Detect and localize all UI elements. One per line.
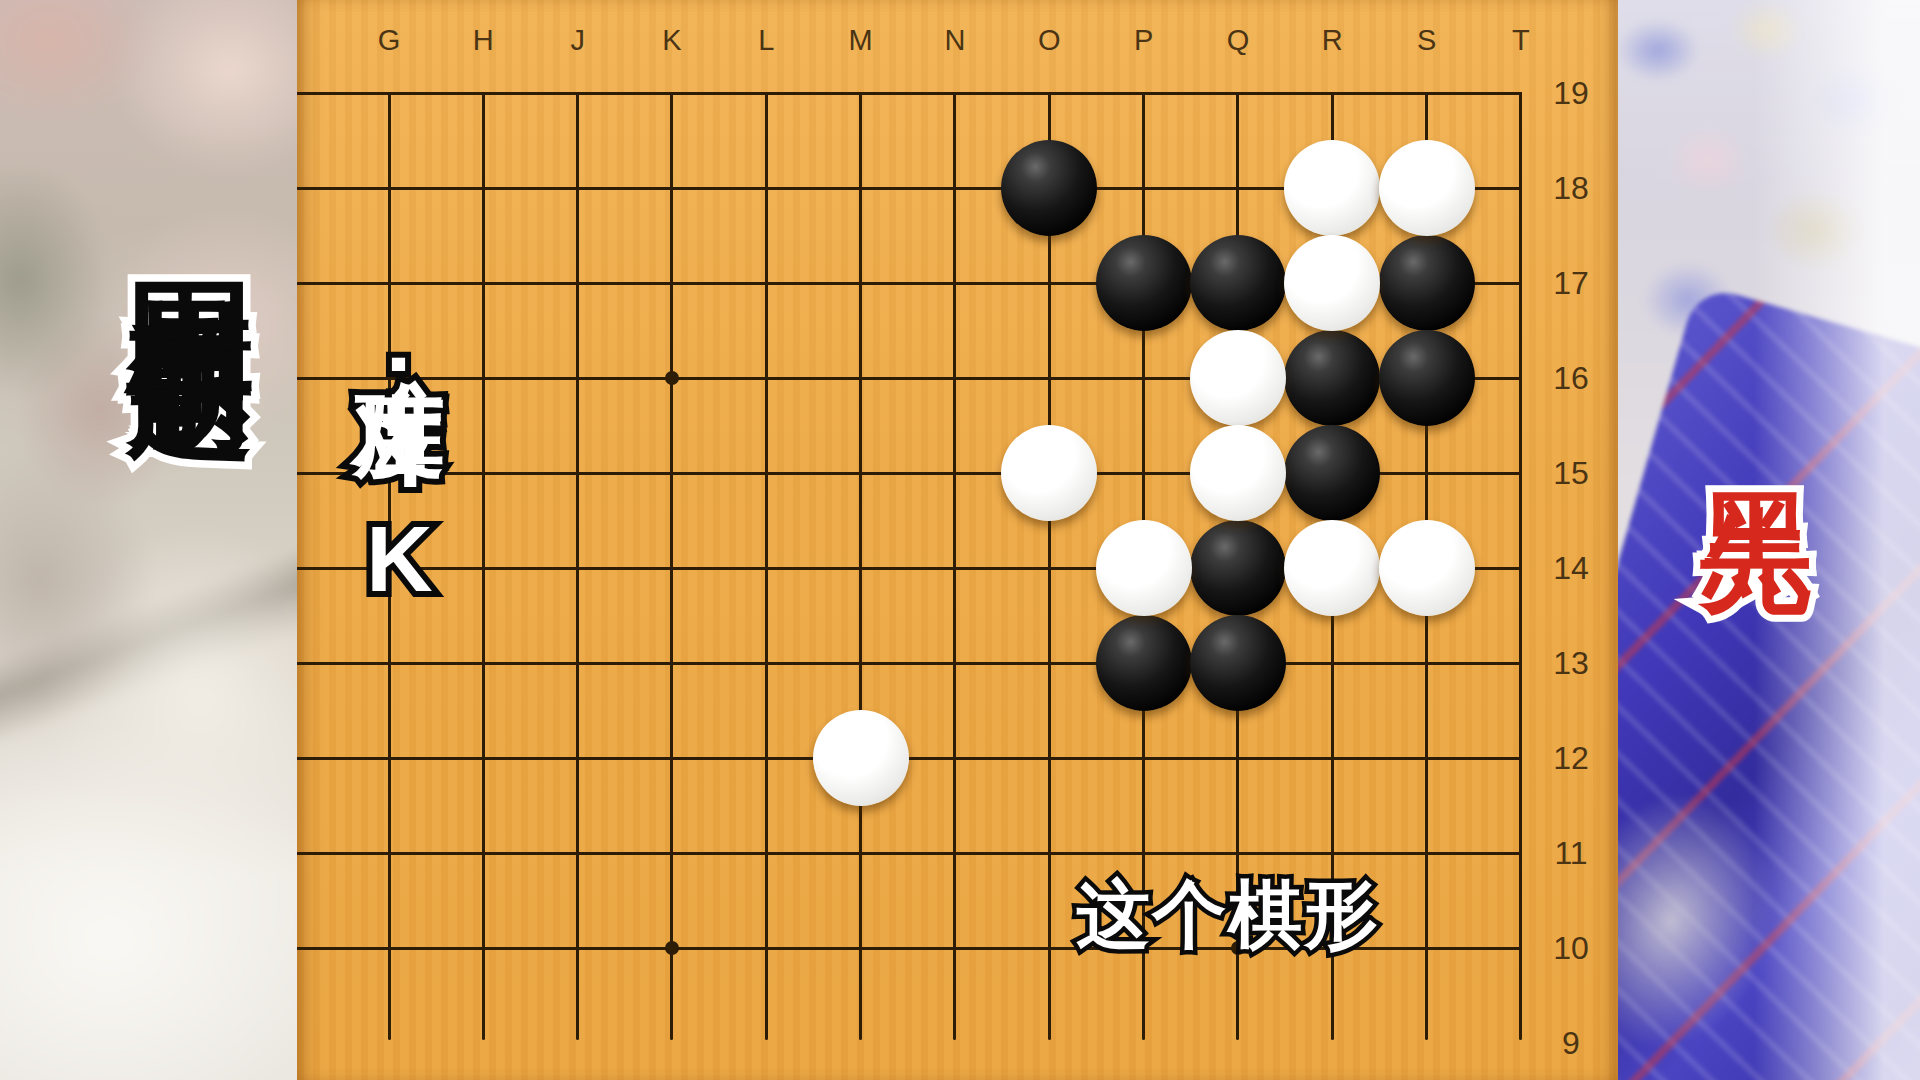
blossom-blur-art bbox=[0, 0, 297, 1080]
white-stone bbox=[1284, 140, 1380, 236]
black-stone bbox=[1096, 615, 1192, 711]
caption-text: 这个棋形 bbox=[1076, 866, 1380, 966]
column-label: R bbox=[1310, 23, 1354, 57]
column-label: S bbox=[1405, 23, 1449, 57]
go-board[interactable]: GHJKLMNOPQRST191817161514131211109 bbox=[297, 0, 1618, 1080]
right-fabric-photo-background bbox=[1618, 0, 1920, 1080]
row-label: 18 bbox=[1534, 170, 1608, 206]
row-label: 11 bbox=[1534, 835, 1608, 871]
black-stone bbox=[1190, 235, 1286, 331]
star-point bbox=[665, 371, 679, 385]
black-stone bbox=[1190, 615, 1286, 711]
grid-line-v bbox=[765, 92, 768, 1041]
row-label: 17 bbox=[1534, 265, 1608, 301]
white-stone bbox=[1001, 425, 1097, 521]
row-label: 13 bbox=[1534, 645, 1608, 681]
column-label: T bbox=[1499, 23, 1543, 57]
column-label: G bbox=[367, 23, 411, 57]
white-stone bbox=[1379, 140, 1475, 236]
grid-line-v bbox=[482, 92, 485, 1041]
white-stone bbox=[1379, 520, 1475, 616]
row-label: 15 bbox=[1534, 455, 1608, 491]
row-label: 9 bbox=[1534, 1025, 1608, 1061]
title-go-tesuji-problem: 围棋手筋题 bbox=[120, 182, 263, 252]
column-label: K bbox=[650, 23, 694, 57]
black-stone bbox=[1096, 235, 1192, 331]
black-stone bbox=[1284, 330, 1380, 426]
black-stone bbox=[1379, 330, 1475, 426]
column-label: L bbox=[744, 23, 788, 57]
row-label: 16 bbox=[1534, 360, 1608, 396]
row-label: 12 bbox=[1534, 740, 1608, 776]
grid-line-h bbox=[297, 757, 1522, 760]
grid-line-h bbox=[297, 662, 1522, 665]
grid-line-v bbox=[859, 92, 862, 1041]
row-label: 10 bbox=[1534, 930, 1608, 966]
black-stone bbox=[1001, 140, 1097, 236]
column-label: N bbox=[933, 23, 977, 57]
white-fade-overlay bbox=[1618, 0, 1920, 1080]
column-label: O bbox=[1027, 23, 1071, 57]
black-stone bbox=[1284, 425, 1380, 521]
grid-line-v bbox=[576, 92, 579, 1041]
white-stone bbox=[1096, 520, 1192, 616]
row-label: 19 bbox=[1534, 75, 1608, 111]
black-stone bbox=[1190, 520, 1286, 616]
white-stone bbox=[1190, 330, 1286, 426]
black-stone bbox=[1379, 235, 1475, 331]
white-stone bbox=[813, 710, 909, 806]
go-puzzle-video-frame: GHJKLMNOPQRST191817161514131211109 围棋手筋题… bbox=[0, 0, 1920, 1080]
star-point bbox=[665, 941, 679, 955]
difficulty-label: 难度：4K bbox=[348, 306, 449, 612]
left-blossom-photo-background bbox=[0, 0, 297, 1080]
column-label: H bbox=[461, 23, 505, 57]
white-stone bbox=[1284, 235, 1380, 331]
white-stone bbox=[1190, 425, 1286, 521]
grid-line-h bbox=[297, 92, 1522, 95]
column-label: J bbox=[556, 23, 600, 57]
grid-line-h bbox=[297, 852, 1522, 855]
column-label: M bbox=[839, 23, 883, 57]
column-label: Q bbox=[1216, 23, 1260, 57]
row-label: 14 bbox=[1534, 550, 1608, 586]
column-label: P bbox=[1122, 23, 1166, 57]
grid-line-v bbox=[1519, 92, 1522, 1041]
white-stone bbox=[1284, 520, 1380, 616]
black-to-play-label: 黑先 bbox=[1693, 404, 1822, 424]
